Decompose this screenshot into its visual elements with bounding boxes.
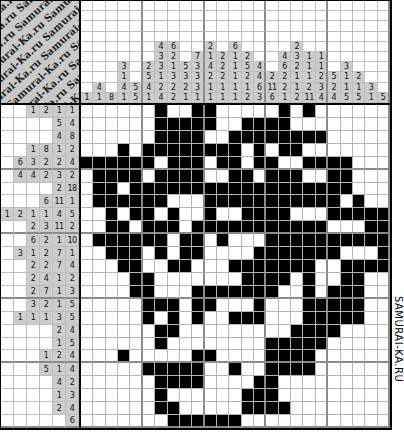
- board-cell-20-2[interactable]: [106, 363, 118, 376]
- board-cell-6-3[interactable]: [118, 183, 130, 196]
- board-cell-19-3[interactable]: [118, 350, 130, 363]
- board-cell-5-24[interactable]: [378, 170, 390, 183]
- board-cell-16-13[interactable]: [242, 312, 254, 325]
- board-cell-12-23[interactable]: [365, 260, 377, 273]
- board-cell-19-2[interactable]: [106, 350, 118, 363]
- board-cell-21-3[interactable]: [118, 376, 130, 389]
- board-cell-21-0[interactable]: [81, 376, 93, 389]
- board-cell-13-9[interactable]: [192, 273, 204, 286]
- board-cell-19-16[interactable]: [279, 350, 291, 363]
- board-cell-17-21[interactable]: [341, 325, 353, 338]
- board-cell-6-23[interactable]: [365, 183, 377, 196]
- board-cell-8-20[interactable]: [328, 208, 340, 221]
- board-cell-18-14[interactable]: [254, 338, 266, 351]
- board-cell-20-18[interactable]: [303, 363, 315, 376]
- board-cell-14-12[interactable]: [229, 286, 241, 299]
- board-cell-12-2[interactable]: [106, 260, 118, 273]
- board-cell-6-7[interactable]: [168, 183, 180, 196]
- board-cell-12-8[interactable]: [180, 260, 192, 273]
- board-cell-21-9[interactable]: [192, 376, 204, 389]
- board-cell-21-22[interactable]: [353, 376, 365, 389]
- board-cell-17-9[interactable]: [192, 325, 204, 338]
- board-cell-5-14[interactable]: [254, 170, 266, 183]
- board-cell-7-1[interactable]: [93, 195, 105, 208]
- board-cell-0-1[interactable]: [93, 105, 105, 118]
- board-cell-17-22[interactable]: [353, 325, 365, 338]
- board-cell-10-12[interactable]: [229, 234, 241, 247]
- board-cell-4-4[interactable]: [130, 157, 142, 170]
- board-cell-11-21[interactable]: [341, 247, 353, 260]
- board-cell-8-22[interactable]: [353, 208, 365, 221]
- board-cell-6-8[interactable]: [180, 183, 192, 196]
- board-cell-19-6[interactable]: [155, 350, 167, 363]
- board-cell-18-8[interactable]: [180, 338, 192, 351]
- board-cell-11-3[interactable]: [118, 247, 130, 260]
- board-cell-24-5[interactable]: [143, 415, 155, 428]
- board-cell-4-14[interactable]: [254, 157, 266, 170]
- board-cell-6-15[interactable]: [266, 183, 278, 196]
- board-cell-11-8[interactable]: [180, 247, 192, 260]
- board-cell-24-21[interactable]: [341, 415, 353, 428]
- board-cell-24-19[interactable]: [316, 415, 328, 428]
- board-cell-12-6[interactable]: [155, 260, 167, 273]
- board-cell-1-2[interactable]: [106, 118, 118, 131]
- board-cell-16-8[interactable]: [180, 312, 192, 325]
- board-cell-21-17[interactable]: [291, 376, 303, 389]
- board-cell-17-6[interactable]: [155, 325, 167, 338]
- board-cell-20-5[interactable]: [143, 363, 155, 376]
- board-cell-10-21[interactable]: [341, 234, 353, 247]
- board-cell-17-13[interactable]: [242, 325, 254, 338]
- board-cell-2-8[interactable]: [180, 131, 192, 144]
- board-cell-6-14[interactable]: [254, 183, 266, 196]
- board-cell-13-5[interactable]: [143, 273, 155, 286]
- board-cell-10-11[interactable]: [217, 234, 229, 247]
- board-cell-13-20[interactable]: [328, 273, 340, 286]
- board-cell-12-21[interactable]: [341, 260, 353, 273]
- board-cell-24-1[interactable]: [93, 415, 105, 428]
- board-cell-9-14[interactable]: [254, 221, 266, 234]
- board-cell-4-7[interactable]: [168, 157, 180, 170]
- board-cell-7-15[interactable]: [266, 195, 278, 208]
- board-cell-20-24[interactable]: [378, 363, 390, 376]
- board-cell-23-21[interactable]: [341, 402, 353, 415]
- board-cell-9-0[interactable]: [81, 221, 93, 234]
- board-cell-10-13[interactable]: [242, 234, 254, 247]
- board-cell-11-12[interactable]: [229, 247, 241, 260]
- board-cell-6-12[interactable]: [229, 183, 241, 196]
- board-cell-0-6[interactable]: [155, 105, 167, 118]
- board-cell-14-24[interactable]: [378, 286, 390, 299]
- board-cell-24-18[interactable]: [303, 415, 315, 428]
- board-cell-1-21[interactable]: [341, 118, 353, 131]
- board-cell-22-4[interactable]: [130, 389, 142, 402]
- board-cell-7-19[interactable]: [316, 195, 328, 208]
- board-cell-14-5[interactable]: [143, 286, 155, 299]
- board-cell-19-5[interactable]: [143, 350, 155, 363]
- board-cell-23-7[interactable]: [168, 402, 180, 415]
- board-cell-9-17[interactable]: [291, 221, 303, 234]
- board-cell-20-4[interactable]: [130, 363, 142, 376]
- board-cell-10-3[interactable]: [118, 234, 130, 247]
- board-cell-8-18[interactable]: [303, 208, 315, 221]
- board-cell-3-8[interactable]: [180, 144, 192, 157]
- board-cell-8-21[interactable]: [341, 208, 353, 221]
- board-cell-21-15[interactable]: [266, 376, 278, 389]
- board-cell-9-9[interactable]: [192, 221, 204, 234]
- board-cell-23-13[interactable]: [242, 402, 254, 415]
- board-cell-22-9[interactable]: [192, 389, 204, 402]
- board-cell-24-12[interactable]: [229, 415, 241, 428]
- board-cell-19-9[interactable]: [192, 350, 204, 363]
- board-cell-3-13[interactable]: [242, 144, 254, 157]
- board-cell-11-5[interactable]: [143, 247, 155, 260]
- board-cell-22-19[interactable]: [316, 389, 328, 402]
- board-cell-4-2[interactable]: [106, 157, 118, 170]
- board-cell-4-3[interactable]: [118, 157, 130, 170]
- board-cell-17-8[interactable]: [180, 325, 192, 338]
- board-cell-22-1[interactable]: [93, 389, 105, 402]
- board-cell-14-0[interactable]: [81, 286, 93, 299]
- board-cell-20-1[interactable]: [93, 363, 105, 376]
- board-cell-10-24[interactable]: [378, 234, 390, 247]
- board-cell-17-24[interactable]: [378, 325, 390, 338]
- board-cell-4-20[interactable]: [328, 157, 340, 170]
- board-cell-11-15[interactable]: [266, 247, 278, 260]
- board-cell-5-21[interactable]: [341, 170, 353, 183]
- board-cell-4-11[interactable]: [217, 157, 229, 170]
- board-cell-12-16[interactable]: [279, 260, 291, 273]
- board-cell-15-18[interactable]: [303, 299, 315, 312]
- board-cell-7-6[interactable]: [155, 195, 167, 208]
- board-cell-2-20[interactable]: [328, 131, 340, 144]
- board-cell-20-12[interactable]: [229, 363, 241, 376]
- board-cell-24-9[interactable]: [192, 415, 204, 428]
- board-cell-23-1[interactable]: [93, 402, 105, 415]
- board-cell-3-14[interactable]: [254, 144, 266, 157]
- board-cell-11-23[interactable]: [365, 247, 377, 260]
- board-cell-24-22[interactable]: [353, 415, 365, 428]
- board-cell-11-20[interactable]: [328, 247, 340, 260]
- board-cell-2-3[interactable]: [118, 131, 130, 144]
- board-cell-2-13[interactable]: [242, 131, 254, 144]
- board-cell-2-1[interactable]: [93, 131, 105, 144]
- board-cell-6-13[interactable]: [242, 183, 254, 196]
- board-cell-23-14[interactable]: [254, 402, 266, 415]
- board-cell-22-24[interactable]: [378, 389, 390, 402]
- board-cell-24-3[interactable]: [118, 415, 130, 428]
- board-cell-13-15[interactable]: [266, 273, 278, 286]
- board-cell-0-17[interactable]: [291, 105, 303, 118]
- board-cell-13-6[interactable]: [155, 273, 167, 286]
- board-cell-5-8[interactable]: [180, 170, 192, 183]
- board-cell-6-10[interactable]: [205, 183, 217, 196]
- board-cell-22-11[interactable]: [217, 389, 229, 402]
- board-cell-10-19[interactable]: [316, 234, 328, 247]
- board-cell-20-17[interactable]: [291, 363, 303, 376]
- board-cell-19-24[interactable]: [378, 350, 390, 363]
- board-cell-4-8[interactable]: [180, 157, 192, 170]
- board-cell-10-10[interactable]: [205, 234, 217, 247]
- board-cell-7-7[interactable]: [168, 195, 180, 208]
- board-cell-20-11[interactable]: [217, 363, 229, 376]
- board-cell-7-11[interactable]: [217, 195, 229, 208]
- board-cell-8-12[interactable]: [229, 208, 241, 221]
- board-cell-21-18[interactable]: [303, 376, 315, 389]
- board-cell-24-2[interactable]: [106, 415, 118, 428]
- board-cell-5-10[interactable]: [205, 170, 217, 183]
- board-cell-13-24[interactable]: [378, 273, 390, 286]
- board-cell-18-16[interactable]: [279, 338, 291, 351]
- board-cell-12-11[interactable]: [217, 260, 229, 273]
- board-cell-24-20[interactable]: [328, 415, 340, 428]
- board-cell-18-9[interactable]: [192, 338, 204, 351]
- board-cell-11-24[interactable]: [378, 247, 390, 260]
- board-cell-16-20[interactable]: [328, 312, 340, 325]
- board-cell-19-15[interactable]: [266, 350, 278, 363]
- board-cell-0-4[interactable]: [130, 105, 142, 118]
- board-cell-15-14[interactable]: [254, 299, 266, 312]
- board-cell-24-10[interactable]: [205, 415, 217, 428]
- board-cell-12-9[interactable]: [192, 260, 204, 273]
- board-cell-20-22[interactable]: [353, 363, 365, 376]
- board-cell-23-22[interactable]: [353, 402, 365, 415]
- board-cell-17-7[interactable]: [168, 325, 180, 338]
- board-cell-9-21[interactable]: [341, 221, 353, 234]
- board-cell-8-5[interactable]: [143, 208, 155, 221]
- board-cell-19-10[interactable]: [205, 350, 217, 363]
- board-cell-13-11[interactable]: [217, 273, 229, 286]
- board-cell-8-4[interactable]: [130, 208, 142, 221]
- board-cell-23-20[interactable]: [328, 402, 340, 415]
- board-cell-2-11[interactable]: [217, 131, 229, 144]
- board-cell-14-16[interactable]: [279, 286, 291, 299]
- board-cell-14-21[interactable]: [341, 286, 353, 299]
- board-cell-13-1[interactable]: [93, 273, 105, 286]
- board-cell-0-21[interactable]: [341, 105, 353, 118]
- board-cell-6-0[interactable]: [81, 183, 93, 196]
- board-cell-22-17[interactable]: [291, 389, 303, 402]
- board-cell-18-12[interactable]: [229, 338, 241, 351]
- board-cell-12-0[interactable]: [81, 260, 93, 273]
- board-cell-14-9[interactable]: [192, 286, 204, 299]
- board-cell-1-8[interactable]: [180, 118, 192, 131]
- board-cell-17-17[interactable]: [291, 325, 303, 338]
- board-cell-14-15[interactable]: [266, 286, 278, 299]
- board-cell-2-23[interactable]: [365, 131, 377, 144]
- board-cell-5-11[interactable]: [217, 170, 229, 183]
- board-cell-14-14[interactable]: [254, 286, 266, 299]
- board-cell-13-22[interactable]: [353, 273, 365, 286]
- board-cell-3-18[interactable]: [303, 144, 315, 157]
- board-cell-16-5[interactable]: [143, 312, 155, 325]
- board-cell-1-15[interactable]: [266, 118, 278, 131]
- board-cell-13-13[interactable]: [242, 273, 254, 286]
- board-cell-23-4[interactable]: [130, 402, 142, 415]
- board-cell-9-2[interactable]: [106, 221, 118, 234]
- board-cell-9-13[interactable]: [242, 221, 254, 234]
- board-cell-11-6[interactable]: [155, 247, 167, 260]
- board-cell-3-15[interactable]: [266, 144, 278, 157]
- board-cell-22-8[interactable]: [180, 389, 192, 402]
- board-cell-0-0[interactable]: [81, 105, 93, 118]
- board-cell-22-5[interactable]: [143, 389, 155, 402]
- board-cell-7-13[interactable]: [242, 195, 254, 208]
- board-cell-6-18[interactable]: [303, 183, 315, 196]
- board-cell-2-0[interactable]: [81, 131, 93, 144]
- board-cell-8-19[interactable]: [316, 208, 328, 221]
- board-cell-8-13[interactable]: [242, 208, 254, 221]
- board-cell-15-12[interactable]: [229, 299, 241, 312]
- board-cell-5-0[interactable]: [81, 170, 93, 183]
- board-cell-6-21[interactable]: [341, 183, 353, 196]
- board-cell-15-21[interactable]: [341, 299, 353, 312]
- board-cell-22-18[interactable]: [303, 389, 315, 402]
- board-cell-2-4[interactable]: [130, 131, 142, 144]
- board-cell-23-5[interactable]: [143, 402, 155, 415]
- board-cell-9-3[interactable]: [118, 221, 130, 234]
- board-cell-12-17[interactable]: [291, 260, 303, 273]
- board-cell-17-16[interactable]: [279, 325, 291, 338]
- board-cell-19-11[interactable]: [217, 350, 229, 363]
- board-cell-21-14[interactable]: [254, 376, 266, 389]
- board-cell-4-21[interactable]: [341, 157, 353, 170]
- board-cell-22-13[interactable]: [242, 389, 254, 402]
- board-cell-4-15[interactable]: [266, 157, 278, 170]
- board-cell-16-24[interactable]: [378, 312, 390, 325]
- board-cell-4-5[interactable]: [143, 157, 155, 170]
- board-cell-11-17[interactable]: [291, 247, 303, 260]
- board-cell-4-1[interactable]: [93, 157, 105, 170]
- board-cell-15-13[interactable]: [242, 299, 254, 312]
- board-cell-24-15[interactable]: [266, 415, 278, 428]
- board-cell-10-16[interactable]: [279, 234, 291, 247]
- board-cell-23-19[interactable]: [316, 402, 328, 415]
- board-cell-18-0[interactable]: [81, 338, 93, 351]
- board-cell-7-18[interactable]: [303, 195, 315, 208]
- board-cell-1-11[interactable]: [217, 118, 229, 131]
- board-cell-0-18[interactable]: [303, 105, 315, 118]
- board-cell-2-7[interactable]: [168, 131, 180, 144]
- board-cell-10-18[interactable]: [303, 234, 315, 247]
- board-cell-22-20[interactable]: [328, 389, 340, 402]
- board-cell-20-15[interactable]: [266, 363, 278, 376]
- board-cell-13-14[interactable]: [254, 273, 266, 286]
- board-cell-0-13[interactable]: [242, 105, 254, 118]
- board-cell-8-2[interactable]: [106, 208, 118, 221]
- board-cell-9-7[interactable]: [168, 221, 180, 234]
- board-cell-4-0[interactable]: [81, 157, 93, 170]
- board-cell-24-23[interactable]: [365, 415, 377, 428]
- board-cell-3-16[interactable]: [279, 144, 291, 157]
- board-cell-22-15[interactable]: [266, 389, 278, 402]
- board-cell-1-0[interactable]: [81, 118, 93, 131]
- board-cell-21-24[interactable]: [378, 376, 390, 389]
- board-cell-0-15[interactable]: [266, 105, 278, 118]
- board-cell-0-9[interactable]: [192, 105, 204, 118]
- board-cell-5-5[interactable]: [143, 170, 155, 183]
- board-cell-5-16[interactable]: [279, 170, 291, 183]
- board-cell-18-11[interactable]: [217, 338, 229, 351]
- board-cell-9-10[interactable]: [205, 221, 217, 234]
- board-cell-3-1[interactable]: [93, 144, 105, 157]
- board-cell-5-20[interactable]: [328, 170, 340, 183]
- board-cell-6-19[interactable]: [316, 183, 328, 196]
- board-cell-3-11[interactable]: [217, 144, 229, 157]
- board-cell-17-18[interactable]: [303, 325, 315, 338]
- board-cell-13-8[interactable]: [180, 273, 192, 286]
- board-cell-18-7[interactable]: [168, 338, 180, 351]
- board-cell-4-13[interactable]: [242, 157, 254, 170]
- board-cell-15-3[interactable]: [118, 299, 130, 312]
- board-cell-3-2[interactable]: [106, 144, 118, 157]
- board-cell-19-12[interactable]: [229, 350, 241, 363]
- board-cell-8-1[interactable]: [93, 208, 105, 221]
- board-cell-11-13[interactable]: [242, 247, 254, 260]
- board-cell-16-11[interactable]: [217, 312, 229, 325]
- board-cell-19-18[interactable]: [303, 350, 315, 363]
- board-cell-5-6[interactable]: [155, 170, 167, 183]
- board-cell-23-2[interactable]: [106, 402, 118, 415]
- board-cell-3-12[interactable]: [229, 144, 241, 157]
- board-cell-10-1[interactable]: [93, 234, 105, 247]
- board-cell-10-4[interactable]: [130, 234, 142, 247]
- board-cell-19-8[interactable]: [180, 350, 192, 363]
- board-cell-17-19[interactable]: [316, 325, 328, 338]
- board-cell-12-13[interactable]: [242, 260, 254, 273]
- board-cell-12-14[interactable]: [254, 260, 266, 273]
- board-cell-21-19[interactable]: [316, 376, 328, 389]
- board-cell-14-6[interactable]: [155, 286, 167, 299]
- board-cell-14-19[interactable]: [316, 286, 328, 299]
- board-cell-18-13[interactable]: [242, 338, 254, 351]
- board-cell-9-6[interactable]: [155, 221, 167, 234]
- board-cell-17-0[interactable]: [81, 325, 93, 338]
- board-cell-9-11[interactable]: [217, 221, 229, 234]
- board-cell-17-14[interactable]: [254, 325, 266, 338]
- board-cell-1-6[interactable]: [155, 118, 167, 131]
- board-cell-12-18[interactable]: [303, 260, 315, 273]
- board-cell-20-21[interactable]: [341, 363, 353, 376]
- board-cell-22-3[interactable]: [118, 389, 130, 402]
- board-cell-14-7[interactable]: [168, 286, 180, 299]
- board-cell-6-24[interactable]: [378, 183, 390, 196]
- board-cell-9-20[interactable]: [328, 221, 340, 234]
- board-cell-13-2[interactable]: [106, 273, 118, 286]
- board-cell-11-4[interactable]: [130, 247, 142, 260]
- board-cell-6-17[interactable]: [291, 183, 303, 196]
- board-cell-5-18[interactable]: [303, 170, 315, 183]
- board-cell-18-18[interactable]: [303, 338, 315, 351]
- board-cell-2-22[interactable]: [353, 131, 365, 144]
- board-cell-22-14[interactable]: [254, 389, 266, 402]
- board-cell-13-7[interactable]: [168, 273, 180, 286]
- board-cell-11-22[interactable]: [353, 247, 365, 260]
- board-cell-20-10[interactable]: [205, 363, 217, 376]
- board-cell-9-19[interactable]: [316, 221, 328, 234]
- board-cell-13-19[interactable]: [316, 273, 328, 286]
- board-cell-9-23[interactable]: [365, 221, 377, 234]
- board-cell-21-4[interactable]: [130, 376, 142, 389]
- board-cell-12-19[interactable]: [316, 260, 328, 273]
- board-cell-14-13[interactable]: [242, 286, 254, 299]
- board-cell-23-11[interactable]: [217, 402, 229, 415]
- board-cell-12-10[interactable]: [205, 260, 217, 273]
- board-cell-16-14[interactable]: [254, 312, 266, 325]
- board-cell-19-22[interactable]: [353, 350, 365, 363]
- board-cell-18-21[interactable]: [341, 338, 353, 351]
- board-cell-1-24[interactable]: [378, 118, 390, 131]
